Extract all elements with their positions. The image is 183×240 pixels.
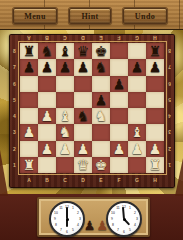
square-c6[interactable] (56, 76, 74, 92)
clock-numeral-10: 10 (111, 211, 115, 215)
clock-numeral-10: 10 (54, 211, 58, 215)
white-bishop-piece: ♝ (131, 124, 144, 140)
clock-numeral-7: 7 (60, 228, 62, 232)
black-pawn-piece: ♟ (131, 59, 144, 75)
square-a4[interactable] (20, 108, 38, 124)
clock-numeral-2: 2 (77, 211, 79, 215)
black-pawn-piece: ♟ (77, 59, 90, 75)
chess-app-window: Menu Hint Undo AABBCCDDEEFFGGHH887766554… (0, 0, 183, 240)
square-d2[interactable]: ♟ (74, 141, 92, 157)
square-g7[interactable]: ♟ (128, 59, 146, 75)
square-h2[interactable]: ♟ (146, 141, 164, 157)
square-g1[interactable] (128, 157, 146, 173)
dark-pawn-icon: ♟ (84, 218, 96, 233)
clock-numeral-5: 5 (129, 228, 131, 232)
square-e7[interactable]: ♞ (92, 59, 110, 75)
square-d6[interactable] (74, 76, 92, 92)
square-d7[interactable]: ♟ (74, 59, 92, 75)
square-f5[interactable] (110, 92, 128, 108)
white-knight-piece: ♞ (95, 108, 108, 124)
square-b3[interactable] (38, 124, 56, 140)
square-b6[interactable] (38, 76, 56, 92)
white-pawn-piece: ♟ (23, 124, 36, 140)
square-c8[interactable]: ♝ (56, 43, 74, 59)
square-c2[interactable]: ♟ (56, 141, 74, 157)
hint-button[interactable]: Hint (69, 8, 111, 24)
clock-numeral-6: 6 (66, 229, 68, 233)
square-c5[interactable] (56, 92, 74, 108)
black-pawn-piece: ♟ (41, 59, 54, 75)
square-g4[interactable] (128, 108, 146, 124)
chess-board[interactable]: ♜♞♝♛♚♜♟♟♟♟♞♟♟♟♟♟♝♞♞♟♞♝♟♟♟♟♟♟♜♛♚♜ (20, 43, 164, 173)
white-pawn-piece: ♟ (149, 141, 162, 157)
white-pawn-piece: ♟ (131, 141, 144, 157)
square-d8[interactable]: ♛ (74, 43, 92, 59)
clock-numeral-9: 9 (111, 217, 113, 221)
clock-numeral-1: 1 (72, 206, 74, 210)
black-clock-pivot (123, 218, 126, 221)
white-pawn-piece: ♟ (41, 141, 54, 157)
clock-numeral-8: 8 (112, 223, 114, 227)
white-clock-face: 121234567891011 (49, 201, 85, 237)
white-pawn-piece: ♟ (77, 141, 90, 157)
square-f4[interactable] (110, 108, 128, 124)
white-knight-piece: ♞ (59, 124, 72, 140)
square-f2[interactable]: ♟ (110, 141, 128, 157)
black-knight-piece: ♞ (41, 43, 54, 59)
clock-numeral-3: 3 (136, 217, 138, 221)
square-f1[interactable] (110, 157, 128, 173)
square-h6[interactable] (146, 76, 164, 92)
square-e5[interactable]: ♟ (92, 92, 110, 108)
white-bishop-piece: ♝ (59, 108, 72, 124)
white-queen-piece: ♛ (77, 157, 90, 173)
black-pawn-piece: ♟ (149, 59, 162, 75)
black-pawn-piece: ♟ (59, 59, 72, 75)
square-e2[interactable] (92, 141, 110, 157)
square-h5[interactable] (146, 92, 164, 108)
black-pawn-piece: ♟ (95, 92, 108, 108)
white-rook-piece: ♜ (23, 157, 36, 173)
clock-numeral-4: 4 (134, 223, 136, 227)
black-king-piece: ♚ (95, 43, 108, 59)
square-d4[interactable]: ♞ (74, 108, 92, 124)
clock-numeral-8: 8 (55, 223, 57, 227)
square-b2[interactable]: ♟ (38, 141, 56, 157)
square-f7[interactable] (110, 59, 128, 75)
square-f8[interactable] (110, 43, 128, 59)
square-e1[interactable]: ♚ (92, 157, 110, 173)
square-a8[interactable]: ♜ (20, 43, 38, 59)
square-a1[interactable]: ♜ (20, 157, 38, 173)
clock-numeral-7: 7 (117, 228, 119, 232)
square-a7[interactable]: ♟ (20, 59, 38, 75)
clock-numeral-3: 3 (79, 217, 81, 221)
square-d1[interactable]: ♛ (74, 157, 92, 173)
square-e6[interactable] (92, 76, 110, 92)
clock-numeral-2: 2 (134, 211, 136, 215)
square-g3[interactable]: ♝ (128, 124, 146, 140)
square-e8[interactable]: ♚ (92, 43, 110, 59)
square-c3[interactable]: ♞ (56, 124, 74, 140)
chess-clock-case: 121234567891011 121234567891011 ♟ ♟ (37, 197, 150, 237)
square-a6[interactable] (20, 76, 38, 92)
clock-numeral-9: 9 (54, 217, 56, 221)
square-h4[interactable] (146, 108, 164, 124)
white-rook-piece: ♜ (149, 157, 162, 173)
undo-button[interactable]: Undo (123, 8, 167, 24)
clock-numeral-5: 5 (72, 228, 74, 232)
black-queen-piece: ♛ (77, 43, 90, 59)
square-d3[interactable] (74, 124, 92, 140)
square-b8[interactable]: ♞ (38, 43, 56, 59)
square-g5[interactable] (128, 92, 146, 108)
square-g6[interactable] (128, 76, 146, 92)
square-e4[interactable]: ♞ (92, 108, 110, 124)
square-g8[interactable] (128, 43, 146, 59)
square-h1[interactable]: ♜ (146, 157, 164, 173)
square-f6[interactable]: ♟ (110, 76, 128, 92)
square-b1[interactable] (38, 157, 56, 173)
square-c7[interactable]: ♟ (56, 59, 74, 75)
white-clock-pivot (66, 218, 69, 221)
square-c4[interactable]: ♝ (56, 108, 74, 124)
white-pawn-piece: ♟ (59, 141, 72, 157)
menu-button[interactable]: Menu (13, 8, 57, 24)
square-d5[interactable] (74, 92, 92, 108)
white-pawn-piece: ♟ (113, 141, 126, 157)
square-h3[interactable] (146, 124, 164, 140)
square-g2[interactable]: ♟ (128, 141, 146, 157)
clock-numeral-11: 11 (116, 206, 120, 210)
clock-numeral-4: 4 (77, 223, 79, 227)
black-clock-face: 121234567891011 (106, 201, 142, 237)
white-pawn-piece: ♟ (41, 108, 54, 124)
square-e3[interactable] (92, 124, 110, 140)
black-bishop-piece: ♝ (59, 43, 72, 59)
black-pawn-piece: ♟ (23, 59, 36, 75)
toolbar: Menu Hint Undo (0, 0, 183, 30)
black-knight-piece: ♞ (95, 59, 108, 75)
black-knight-piece: ♞ (77, 108, 90, 124)
clock-numeral-6: 6 (123, 229, 125, 233)
square-f3[interactable] (110, 124, 128, 140)
clock-numeral-11: 11 (59, 206, 63, 210)
square-a2[interactable] (20, 141, 38, 157)
black-pawn-piece: ♟ (113, 76, 126, 92)
square-h8[interactable]: ♜ (146, 43, 164, 59)
white-king-piece: ♚ (95, 157, 108, 173)
square-a5[interactable] (20, 92, 38, 108)
clock-numeral-1: 1 (129, 206, 131, 210)
black-rook-piece: ♜ (23, 43, 36, 59)
square-c1[interactable] (56, 157, 74, 173)
square-a3[interactable]: ♟ (20, 124, 38, 140)
square-h7[interactable]: ♟ (146, 59, 164, 75)
square-b4[interactable]: ♟ (38, 108, 56, 124)
square-b7[interactable]: ♟ (38, 59, 56, 75)
square-b5[interactable] (38, 92, 56, 108)
black-rook-piece: ♜ (149, 43, 162, 59)
